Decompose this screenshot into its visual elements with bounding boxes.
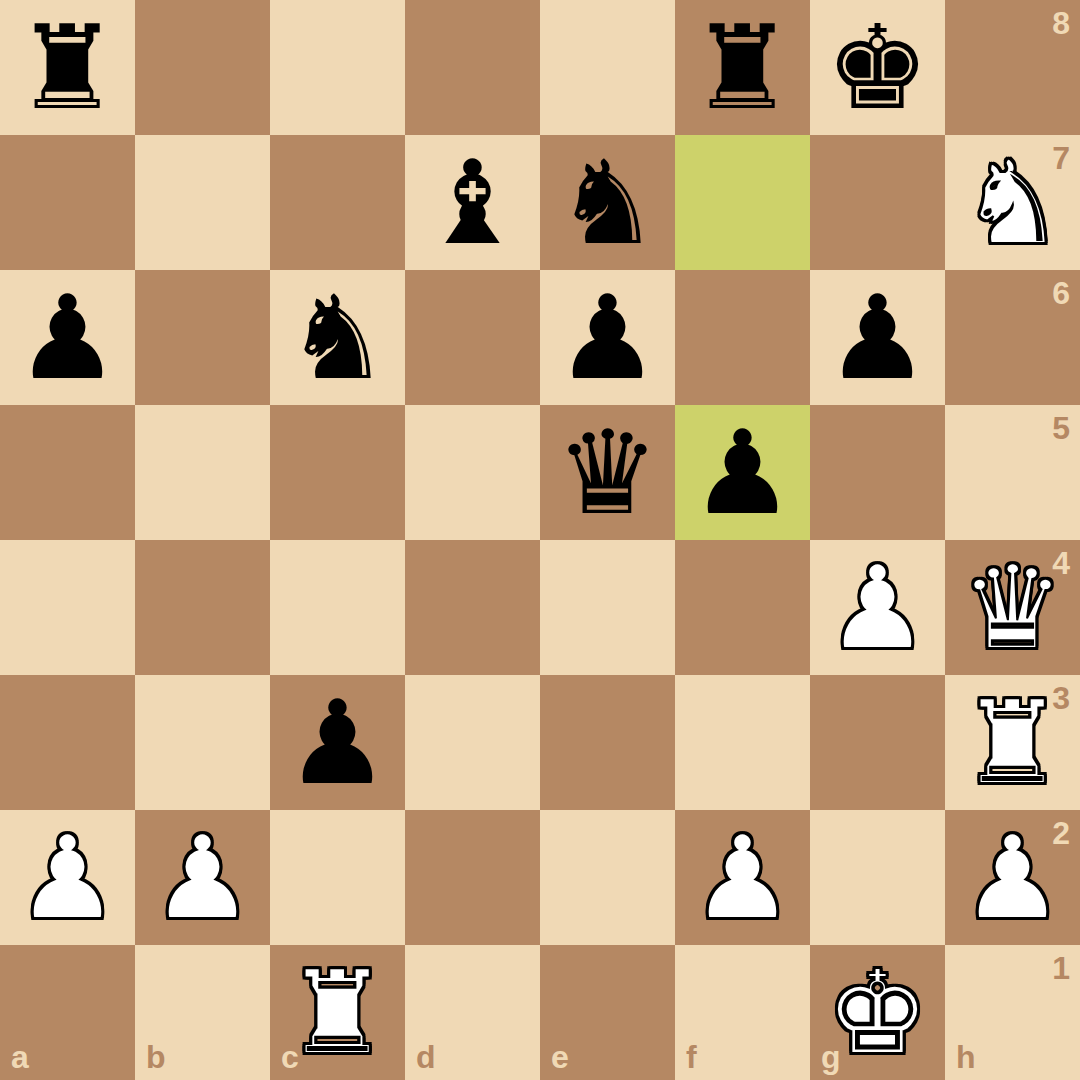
square-d8[interactable]	[405, 0, 540, 135]
square-c2[interactable]	[270, 810, 405, 945]
piece-white-pawn[interactable]: ♟	[151, 810, 255, 945]
rank-label-8: 8	[1052, 7, 1070, 39]
square-d5[interactable]	[405, 405, 540, 540]
square-c1[interactable]: c♜	[270, 945, 405, 1080]
square-f7[interactable]	[675, 135, 810, 270]
square-h1[interactable]: 1h	[945, 945, 1080, 1080]
square-f8[interactable]: ♜	[675, 0, 810, 135]
piece-black-knight[interactable]: ♞	[556, 135, 660, 270]
square-f6[interactable]	[675, 270, 810, 405]
file-label-h: h	[956, 1041, 976, 1073]
piece-white-pawn[interactable]: ♟	[961, 810, 1065, 945]
square-g3[interactable]	[810, 675, 945, 810]
square-c8[interactable]	[270, 0, 405, 135]
square-f1[interactable]: f	[675, 945, 810, 1080]
square-b4[interactable]	[135, 540, 270, 675]
square-a8[interactable]: ♜	[0, 0, 135, 135]
piece-white-king[interactable]: ♚	[826, 945, 930, 1080]
square-b5[interactable]	[135, 405, 270, 540]
file-label-f: f	[686, 1041, 697, 1073]
file-label-b: b	[146, 1041, 166, 1073]
square-e4[interactable]	[540, 540, 675, 675]
piece-white-pawn[interactable]: ♟	[16, 810, 120, 945]
piece-black-rook[interactable]: ♜	[16, 0, 120, 135]
square-f5[interactable]: ♟	[675, 405, 810, 540]
square-e8[interactable]	[540, 0, 675, 135]
square-b6[interactable]	[135, 270, 270, 405]
piece-white-rook[interactable]: ♜	[286, 945, 390, 1080]
square-g8[interactable]: ♚	[810, 0, 945, 135]
square-a6[interactable]: ♟	[0, 270, 135, 405]
rank-label-5: 5	[1052, 412, 1070, 444]
square-g7[interactable]	[810, 135, 945, 270]
square-c3[interactable]: ♟	[270, 675, 405, 810]
piece-white-knight[interactable]: ♞	[961, 135, 1065, 270]
square-g2[interactable]	[810, 810, 945, 945]
square-f2[interactable]: ♟	[675, 810, 810, 945]
piece-black-pawn[interactable]: ♟	[826, 270, 930, 405]
piece-black-rook[interactable]: ♜	[691, 0, 795, 135]
square-h5[interactable]: 5	[945, 405, 1080, 540]
piece-black-king[interactable]: ♚	[826, 0, 930, 135]
square-a3[interactable]	[0, 675, 135, 810]
square-d4[interactable]	[405, 540, 540, 675]
piece-black-pawn[interactable]: ♟	[556, 270, 660, 405]
square-c5[interactable]	[270, 405, 405, 540]
piece-white-pawn[interactable]: ♟	[691, 810, 795, 945]
piece-black-pawn[interactable]: ♟	[691, 405, 795, 540]
square-f3[interactable]	[675, 675, 810, 810]
square-c4[interactable]	[270, 540, 405, 675]
square-e6[interactable]: ♟	[540, 270, 675, 405]
rank-label-3: 3	[1052, 682, 1070, 714]
piece-black-queen[interactable]: ♛	[556, 405, 660, 540]
square-e7[interactable]: ♞	[540, 135, 675, 270]
square-e1[interactable]: e	[540, 945, 675, 1080]
piece-black-pawn[interactable]: ♟	[16, 270, 120, 405]
square-d3[interactable]	[405, 675, 540, 810]
square-a1[interactable]: a	[0, 945, 135, 1080]
piece-black-bishop[interactable]: ♝	[421, 135, 525, 270]
square-a2[interactable]: ♟	[0, 810, 135, 945]
square-a5[interactable]	[0, 405, 135, 540]
square-h6[interactable]: 6	[945, 270, 1080, 405]
square-b8[interactable]	[135, 0, 270, 135]
square-b1[interactable]: b	[135, 945, 270, 1080]
square-c7[interactable]	[270, 135, 405, 270]
square-g6[interactable]: ♟	[810, 270, 945, 405]
rank-label-7: 7	[1052, 142, 1070, 174]
file-label-d: d	[416, 1041, 436, 1073]
square-b7[interactable]	[135, 135, 270, 270]
square-c6[interactable]: ♞	[270, 270, 405, 405]
square-f4[interactable]	[675, 540, 810, 675]
square-h2[interactable]: 2♟	[945, 810, 1080, 945]
piece-white-queen[interactable]: ♛	[961, 540, 1065, 675]
piece-black-knight[interactable]: ♞	[286, 270, 390, 405]
rank-label-4: 4	[1052, 547, 1070, 579]
file-label-e: e	[551, 1041, 569, 1073]
piece-white-pawn[interactable]: ♟	[826, 540, 930, 675]
square-d1[interactable]: d	[405, 945, 540, 1080]
square-g4[interactable]: ♟	[810, 540, 945, 675]
square-d7[interactable]: ♝	[405, 135, 540, 270]
piece-black-pawn[interactable]: ♟	[286, 675, 390, 810]
square-a7[interactable]	[0, 135, 135, 270]
file-label-c: c	[281, 1041, 299, 1073]
rank-label-6: 6	[1052, 277, 1070, 309]
square-h3[interactable]: 3♜	[945, 675, 1080, 810]
square-b3[interactable]	[135, 675, 270, 810]
file-label-g: g	[821, 1041, 841, 1073]
rank-label-2: 2	[1052, 817, 1070, 849]
chess-board: ♜♜♚8♝♞7♞♟♞♟♟6♛♟5♟4♛♟3♜♟♟♟2♟abc♜defg♚1h	[0, 0, 1080, 1080]
rank-label-1: 1	[1052, 952, 1070, 984]
piece-white-rook[interactable]: ♜	[961, 675, 1065, 810]
square-d6[interactable]	[405, 270, 540, 405]
file-label-a: a	[11, 1041, 29, 1073]
square-g5[interactable]	[810, 405, 945, 540]
square-e3[interactable]	[540, 675, 675, 810]
square-b2[interactable]: ♟	[135, 810, 270, 945]
square-h4[interactable]: 4♛	[945, 540, 1080, 675]
square-h7[interactable]: 7♞	[945, 135, 1080, 270]
square-e2[interactable]	[540, 810, 675, 945]
square-a4[interactable]	[0, 540, 135, 675]
square-e5[interactable]: ♛	[540, 405, 675, 540]
square-g1[interactable]: g♚	[810, 945, 945, 1080]
square-d2[interactable]	[405, 810, 540, 945]
square-h8[interactable]: 8	[945, 0, 1080, 135]
